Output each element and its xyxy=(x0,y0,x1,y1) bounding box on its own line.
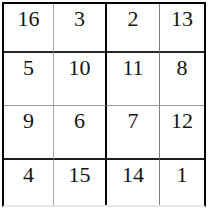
cell-r1c4: 13 xyxy=(160,4,204,53)
cell-r4c3: 14 xyxy=(107,160,160,205)
magic-square-board: 16 3 2 13 5 10 11 8 9 6 7 12 4 15 14 1 xyxy=(2,2,206,207)
cell-r4c4: 1 xyxy=(160,160,204,205)
cell-r2c2: 10 xyxy=(54,53,107,106)
cell-r3c3: 7 xyxy=(107,106,160,160)
cell-r2c1: 5 xyxy=(4,53,54,106)
cell-r1c2: 3 xyxy=(54,4,107,53)
cell-r1c1: 16 xyxy=(4,4,54,53)
cell-r3c1: 9 xyxy=(4,106,54,160)
cell-r3c2: 6 xyxy=(54,106,107,160)
cell-r2c4: 8 xyxy=(160,53,204,106)
cell-r3c4: 12 xyxy=(160,106,204,160)
cell-r1c3: 2 xyxy=(107,4,160,53)
cell-r4c1: 4 xyxy=(4,160,54,205)
cell-r4c2: 15 xyxy=(54,160,107,205)
cell-r2c3: 11 xyxy=(107,53,160,106)
